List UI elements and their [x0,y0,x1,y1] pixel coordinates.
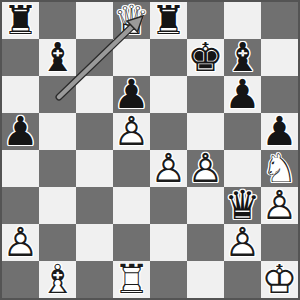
square-e6[interactable] [150,76,187,113]
piece-white-pawn-outline: ♙ [224,224,261,261]
piece-black-bishop: ♝ [39,39,76,76]
square-g4[interactable] [224,150,261,187]
piece-white-pawn: ♟ [261,187,298,224]
square-c3[interactable] [76,187,113,224]
square-g1[interactable] [224,261,261,298]
square-d6[interactable]: ♟ [113,76,150,113]
piece-white-pawn: ♟ [224,224,261,261]
square-a4[interactable] [2,150,39,187]
piece-white-pawn-outline: ♙ [2,224,39,261]
square-h7[interactable] [261,39,298,76]
piece-white-king: ♚ [261,261,298,298]
square-e3[interactable] [150,187,187,224]
chess-diagram: ♜♛♕♜♝♚♝♟♟♟♟♙♟♟♙♟♙♞♘♛♟♙♟♙♟♙♝♗♜♖♚♔ [0,0,300,300]
square-b3[interactable] [39,187,76,224]
square-b5[interactable] [39,113,76,150]
piece-black-pawn: ♟ [113,76,150,113]
square-a6[interactable] [2,76,39,113]
square-f4[interactable]: ♟♙ [187,150,224,187]
square-c8[interactable] [76,2,113,39]
square-h5[interactable]: ♟ [261,113,298,150]
piece-white-queen-outline: ♕ [113,2,150,39]
square-g6[interactable]: ♟ [224,76,261,113]
piece-white-king-outline: ♔ [261,261,298,298]
square-a5[interactable]: ♟ [2,113,39,150]
square-h3[interactable]: ♟♙ [261,187,298,224]
piece-black-queen: ♛ [224,187,261,224]
square-c6[interactable] [76,76,113,113]
chess-board: ♜♛♕♜♝♚♝♟♟♟♟♙♟♟♙♟♙♞♘♛♟♙♟♙♟♙♝♗♜♖♚♔ [2,2,298,298]
square-f6[interactable] [187,76,224,113]
square-f1[interactable] [187,261,224,298]
square-a8[interactable]: ♜ [2,2,39,39]
square-e7[interactable] [150,39,187,76]
piece-white-pawn-outline: ♙ [150,150,187,187]
square-f3[interactable] [187,187,224,224]
square-f7[interactable]: ♚ [187,39,224,76]
square-g3[interactable]: ♛ [224,187,261,224]
square-c2[interactable] [76,224,113,261]
square-a2[interactable]: ♟♙ [2,224,39,261]
piece-white-queen: ♛ [113,2,150,39]
piece-white-bishop-outline: ♗ [39,261,76,298]
square-b4[interactable] [39,150,76,187]
piece-black-rook: ♜ [2,2,39,39]
square-c4[interactable] [76,150,113,187]
square-c1[interactable] [76,261,113,298]
piece-white-pawn-outline: ♙ [187,150,224,187]
piece-white-pawn-outline: ♙ [113,113,150,150]
piece-black-rook: ♜ [150,2,187,39]
piece-white-rook: ♜ [113,261,150,298]
square-d4[interactable] [113,150,150,187]
piece-black-pawn: ♟ [261,113,298,150]
square-a1[interactable] [2,261,39,298]
piece-black-bishop: ♝ [224,39,261,76]
square-a7[interactable] [2,39,39,76]
square-h8[interactable] [261,2,298,39]
square-f5[interactable] [187,113,224,150]
square-e8[interactable]: ♜ [150,2,187,39]
square-g2[interactable]: ♟♙ [224,224,261,261]
piece-white-pawn: ♟ [187,150,224,187]
piece-black-king: ♚ [187,39,224,76]
square-b7[interactable]: ♝ [39,39,76,76]
square-c7[interactable] [76,39,113,76]
piece-black-pawn: ♟ [224,76,261,113]
square-d8[interactable]: ♛♕ [113,2,150,39]
square-e1[interactable] [150,261,187,298]
square-h4[interactable]: ♞♘ [261,150,298,187]
square-c5[interactable] [76,113,113,150]
square-b6[interactable] [39,76,76,113]
square-b1[interactable]: ♝♗ [39,261,76,298]
square-h2[interactable] [261,224,298,261]
square-d5[interactable]: ♟♙ [113,113,150,150]
board-frame: ♜♛♕♜♝♚♝♟♟♟♟♙♟♟♙♟♙♞♘♛♟♙♟♙♟♙♝♗♜♖♚♔ [0,0,300,300]
square-b2[interactable] [39,224,76,261]
square-d3[interactable] [113,187,150,224]
square-f8[interactable] [187,2,224,39]
square-d7[interactable] [113,39,150,76]
square-g5[interactable] [224,113,261,150]
piece-white-rook-outline: ♖ [113,261,150,298]
square-d1[interactable]: ♜♖ [113,261,150,298]
square-b8[interactable] [39,2,76,39]
square-e5[interactable] [150,113,187,150]
square-a3[interactable] [2,187,39,224]
square-h1[interactable]: ♚♔ [261,261,298,298]
piece-white-knight: ♞ [261,150,298,187]
square-h6[interactable] [261,76,298,113]
square-g8[interactable] [224,2,261,39]
square-g7[interactable]: ♝ [224,39,261,76]
piece-white-pawn: ♟ [113,113,150,150]
piece-white-knight-outline: ♘ [261,150,298,187]
piece-white-pawn: ♟ [150,150,187,187]
piece-white-bishop: ♝ [39,261,76,298]
piece-white-pawn: ♟ [2,224,39,261]
square-d2[interactable] [113,224,150,261]
piece-black-pawn: ♟ [2,113,39,150]
piece-white-pawn-outline: ♙ [261,187,298,224]
square-e2[interactable] [150,224,187,261]
square-e4[interactable]: ♟♙ [150,150,187,187]
square-f2[interactable] [187,224,224,261]
